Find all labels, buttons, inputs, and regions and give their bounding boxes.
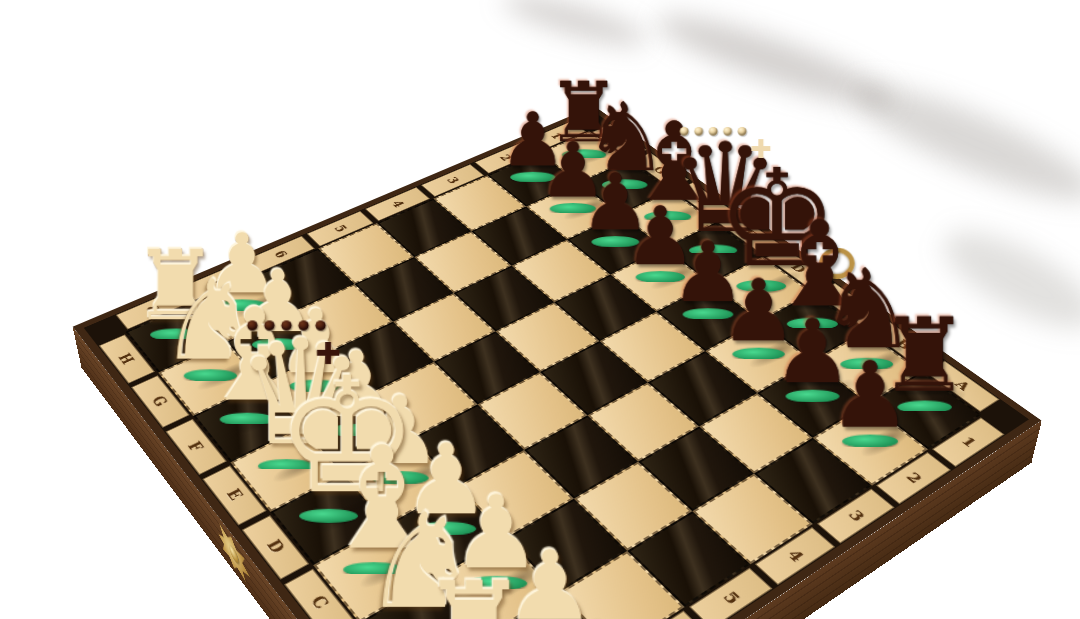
- chess-board: 8765432187654321HGFEDCBAHGFEDCBA ♜♟♞♟♝♟♛…: [73, 106, 1042, 619]
- rank-label-2: 2: [496, 153, 514, 163]
- square-f8: [193, 383, 302, 462]
- file-label-H: H: [609, 135, 629, 146]
- rank-label-3: 3: [844, 507, 868, 524]
- file-label-F: F: [694, 196, 713, 207]
- rank-label-8: 8: [142, 303, 163, 316]
- file-label-G: G: [650, 165, 670, 176]
- file-label-A: A: [951, 378, 974, 393]
- square-b7: [435, 538, 559, 619]
- rank-label-1: 1: [547, 131, 565, 140]
- file-label-D: D: [262, 537, 289, 557]
- file-label-F: F: [184, 438, 208, 454]
- file-label-B: B: [893, 337, 916, 352]
- file-label-E: E: [222, 486, 247, 503]
- rank-label-6: 6: [270, 248, 290, 260]
- square-b6: [506, 499, 627, 593]
- file-label-H: H: [115, 351, 139, 367]
- square-b4: [638, 426, 754, 511]
- file-label-C: C: [839, 299, 860, 312]
- square-e7: [302, 394, 412, 475]
- square-b3: [699, 393, 813, 474]
- square-a5: [627, 511, 750, 607]
- square-d7: [343, 438, 457, 524]
- rank-label-5: 5: [330, 223, 350, 234]
- rank-label-cell-6: 6: [620, 610, 707, 619]
- rank-label-7: 7: [207, 275, 228, 287]
- queen-coronet-balls: [680, 127, 747, 136]
- square-a6: [559, 551, 685, 619]
- square-c5: [524, 415, 638, 498]
- clasp-knob: [228, 542, 239, 567]
- piece-cast-shadow: [931, 214, 1080, 347]
- square-d6: [412, 404, 524, 486]
- rank-label-4: 4: [783, 546, 808, 564]
- rank-label-4: 4: [388, 199, 407, 210]
- piece-cast-shadow: [499, 0, 651, 54]
- square-a3: [754, 438, 872, 524]
- square-b5: [574, 462, 692, 551]
- square-c6: [457, 450, 573, 538]
- square-d8: [270, 474, 387, 565]
- chess-set-photo: 8765432187654321HGFEDCBAHGFEDCBA ♜♟♞♟♝♟♛…: [0, 0, 1080, 619]
- file-label-D: D: [787, 262, 809, 275]
- square-a2: [813, 404, 928, 486]
- square-b2: [757, 361, 868, 438]
- square-c7: [387, 486, 506, 578]
- rank-label-5: 5: [718, 588, 743, 607]
- square-e6: [369, 362, 477, 439]
- piece-cast-shadow: [844, 66, 1080, 219]
- rank-label-1: 1: [957, 434, 979, 450]
- file-label-C: C: [306, 592, 333, 613]
- file-label-E: E: [739, 228, 759, 240]
- square-e8: [230, 427, 343, 512]
- rank-label-3: 3: [443, 175, 462, 185]
- king-cross-finial: ✚: [717, 136, 806, 162]
- square-a7: [486, 593, 615, 619]
- file-label-cell-C: C: [284, 569, 355, 619]
- square-b8: [359, 579, 486, 619]
- file-label-cell-A: A: [925, 361, 999, 412]
- file-label-G: G: [148, 393, 172, 409]
- square-c4: [587, 382, 699, 461]
- square-a4: [692, 474, 813, 565]
- rank-label-2: 2: [902, 470, 925, 486]
- square-d5: [478, 372, 588, 450]
- square-c8: [313, 525, 435, 619]
- square-a1: [868, 371, 981, 449]
